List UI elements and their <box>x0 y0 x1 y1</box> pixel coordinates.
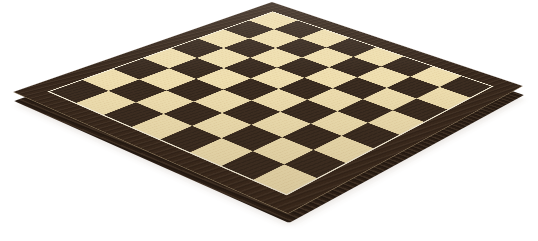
product-photo <box>0 0 538 241</box>
board-field <box>50 12 491 194</box>
chess-board <box>13 2 523 214</box>
